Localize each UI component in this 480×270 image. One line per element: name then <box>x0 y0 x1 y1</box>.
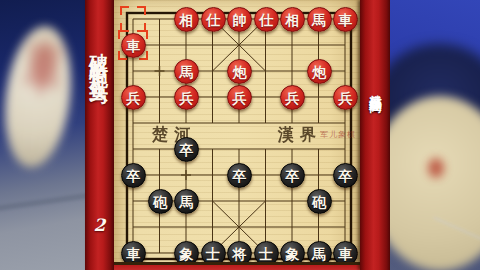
piece-black-馬[interactable]: 馬 <box>174 189 199 214</box>
piece-red-帥[interactable]: 帥 <box>227 7 252 32</box>
piece-black-砲[interactable]: 砲 <box>148 189 173 214</box>
piece-black-卒[interactable]: 卒 <box>280 163 305 188</box>
piece-red-仕[interactable]: 仕 <box>201 7 226 32</box>
blurred-piece-face <box>390 96 480 270</box>
piece-red-炮[interactable]: 炮 <box>227 59 252 84</box>
piece-red-兵[interactable]: 兵 <box>333 85 358 110</box>
piece-red-兵[interactable]: 兵 <box>227 85 252 110</box>
left-title-banner: 破解中炮盘头马 2 <box>85 0 114 270</box>
background-photo-left: 車 <box>0 0 85 270</box>
piece-black-卒[interactable]: 卒 <box>121 163 146 188</box>
piece-red-兵[interactable]: 兵 <box>121 85 146 110</box>
piece-red-相[interactable]: 相 <box>174 7 199 32</box>
piece-red-馬[interactable]: 馬 <box>174 59 199 84</box>
piece-black-砲[interactable]: 砲 <box>307 189 332 214</box>
video-frame: 車 破解中炮盘头马 2 楚河 漢界 军儿象棋 相仕帥仕相馬車車馬炮炮兵兵兵兵兵卒… <box>0 0 480 270</box>
blurred-standing-piece: 車 <box>0 23 78 172</box>
piece-red-相[interactable]: 相 <box>280 7 305 32</box>
video-title: 破解中炮盘头马 <box>87 37 113 79</box>
episode-number: 2 <box>85 215 114 235</box>
piece-black-卒[interactable]: 卒 <box>174 137 199 162</box>
bracket-corner <box>120 6 129 15</box>
piece-red-馬[interactable]: 馬 <box>307 7 332 32</box>
right-subtitle-banner: 这就是好像在问 <box>360 0 390 270</box>
bracket-corner <box>137 6 146 15</box>
river-label-han-jie: 漢界 <box>278 124 322 146</box>
piece-black-卒[interactable]: 卒 <box>227 163 252 188</box>
blurred-piece-mark <box>428 158 444 178</box>
blurred-board-line <box>0 192 85 209</box>
piece-red-兵[interactable]: 兵 <box>280 85 305 110</box>
last-move-origin-marker <box>120 6 146 32</box>
piece-red-兵[interactable]: 兵 <box>174 85 199 110</box>
xiangqi-board: 楚河 漢界 军儿象棋 相仕帥仕相馬車車馬炮炮兵兵兵兵兵卒卒卒卒卒砲馬砲車象士将士… <box>114 0 360 270</box>
piece-red-車[interactable]: 車 <box>333 7 358 32</box>
piece-black-卒[interactable]: 卒 <box>333 163 358 188</box>
piece-red-炮[interactable]: 炮 <box>307 59 332 84</box>
watermark-text: 军儿象棋 <box>320 129 356 140</box>
piece-red-仕[interactable]: 仕 <box>254 7 279 32</box>
blurred-piece-character: 車 <box>21 29 66 109</box>
background-photo-right <box>390 0 480 270</box>
subtitle-text: 这就是好像在问 <box>367 84 384 91</box>
board-bottom-edge <box>114 262 360 270</box>
piece-red-車[interactable]: 車 <box>121 33 146 58</box>
